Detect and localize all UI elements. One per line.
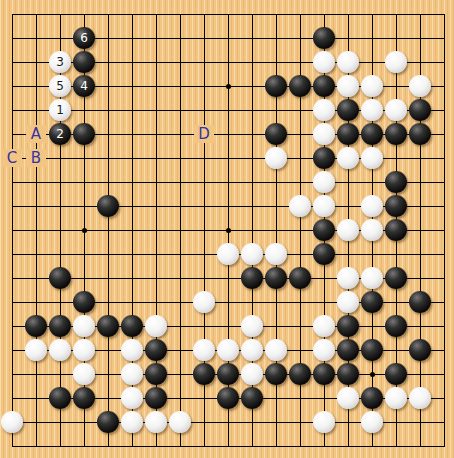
board-intersection[interactable] bbox=[240, 362, 264, 386]
board-intersection[interactable] bbox=[312, 74, 336, 98]
board-intersection[interactable] bbox=[384, 362, 408, 386]
board-intersection[interactable] bbox=[336, 362, 360, 386]
board-intersection[interactable] bbox=[72, 386, 96, 410]
board-intersection[interactable] bbox=[336, 266, 360, 290]
board-intersection[interactable] bbox=[120, 410, 144, 434]
board-intersection[interactable] bbox=[312, 50, 336, 74]
board-intersection[interactable] bbox=[384, 338, 408, 362]
board-intersection[interactable]: C bbox=[0, 146, 24, 170]
board-intersection[interactable] bbox=[24, 434, 48, 458]
board-intersection[interactable] bbox=[48, 386, 72, 410]
board-intersection[interactable] bbox=[360, 410, 384, 434]
board-intersection[interactable] bbox=[120, 386, 144, 410]
board-intersection[interactable] bbox=[192, 218, 216, 242]
board-intersection[interactable] bbox=[384, 74, 408, 98]
board-intersection[interactable] bbox=[408, 242, 432, 266]
board-intersection[interactable] bbox=[384, 122, 408, 146]
board-intersection[interactable] bbox=[264, 218, 288, 242]
board-intersection[interactable] bbox=[312, 170, 336, 194]
board-intersection[interactable] bbox=[24, 50, 48, 74]
board-intersection[interactable] bbox=[168, 74, 192, 98]
board-intersection[interactable] bbox=[24, 410, 48, 434]
board-intersection[interactable] bbox=[216, 314, 240, 338]
board-intersection[interactable] bbox=[48, 314, 72, 338]
board-intersection[interactable] bbox=[432, 2, 454, 26]
board-intersection[interactable] bbox=[216, 434, 240, 458]
board-intersection[interactable] bbox=[24, 386, 48, 410]
board-intersection[interactable] bbox=[360, 338, 384, 362]
board-intersection[interactable] bbox=[264, 146, 288, 170]
board-intersection[interactable] bbox=[432, 122, 454, 146]
board-intersection[interactable] bbox=[24, 266, 48, 290]
board-intersection[interactable] bbox=[240, 410, 264, 434]
board-intersection[interactable] bbox=[240, 338, 264, 362]
board-intersection[interactable] bbox=[264, 434, 288, 458]
board-intersection[interactable] bbox=[96, 74, 120, 98]
board-intersection[interactable] bbox=[384, 410, 408, 434]
board-intersection[interactable] bbox=[72, 314, 96, 338]
board-intersection[interactable] bbox=[168, 98, 192, 122]
board-intersection[interactable] bbox=[264, 242, 288, 266]
board-intersection[interactable] bbox=[336, 410, 360, 434]
board-intersection[interactable] bbox=[432, 410, 454, 434]
board-intersection[interactable] bbox=[48, 194, 72, 218]
board-intersection[interactable]: 1 bbox=[48, 98, 72, 122]
board-intersection[interactable] bbox=[24, 2, 48, 26]
board-intersection[interactable] bbox=[24, 194, 48, 218]
board-intersection[interactable] bbox=[216, 194, 240, 218]
board-intersection[interactable] bbox=[120, 122, 144, 146]
board-intersection[interactable] bbox=[0, 410, 24, 434]
board-intersection[interactable] bbox=[96, 26, 120, 50]
board-intersection[interactable] bbox=[360, 170, 384, 194]
board-intersection[interactable] bbox=[360, 434, 384, 458]
board-intersection[interactable]: D bbox=[192, 122, 216, 146]
board-intersection[interactable] bbox=[120, 434, 144, 458]
board-intersection[interactable] bbox=[216, 362, 240, 386]
board-intersection[interactable] bbox=[192, 74, 216, 98]
board-intersection[interactable] bbox=[312, 98, 336, 122]
board-intersection[interactable] bbox=[432, 266, 454, 290]
board-intersection[interactable]: 3 bbox=[48, 50, 72, 74]
board-intersection[interactable] bbox=[408, 122, 432, 146]
board-intersection[interactable] bbox=[0, 170, 24, 194]
board-intersection[interactable] bbox=[264, 26, 288, 50]
board-intersection[interactable] bbox=[168, 314, 192, 338]
board-intersection[interactable] bbox=[96, 338, 120, 362]
board-intersection[interactable] bbox=[432, 74, 454, 98]
board-intersection[interactable] bbox=[408, 386, 432, 410]
board-intersection[interactable] bbox=[120, 146, 144, 170]
board-intersection[interactable] bbox=[0, 434, 24, 458]
board-intersection[interactable] bbox=[336, 218, 360, 242]
board-intersection[interactable] bbox=[120, 194, 144, 218]
board-intersection[interactable] bbox=[216, 242, 240, 266]
board-intersection[interactable] bbox=[336, 50, 360, 74]
board-intersection[interactable] bbox=[24, 338, 48, 362]
board-intersection[interactable] bbox=[120, 170, 144, 194]
board-intersection[interactable] bbox=[360, 242, 384, 266]
board-intersection[interactable] bbox=[336, 2, 360, 26]
board-intersection[interactable] bbox=[408, 194, 432, 218]
board-intersection[interactable] bbox=[48, 434, 72, 458]
board-intersection[interactable] bbox=[24, 170, 48, 194]
board-intersection[interactable] bbox=[48, 290, 72, 314]
board-intersection[interactable] bbox=[192, 50, 216, 74]
board-intersection[interactable] bbox=[336, 98, 360, 122]
board-intersection[interactable] bbox=[408, 314, 432, 338]
board-intersection[interactable] bbox=[408, 26, 432, 50]
board-intersection[interactable] bbox=[264, 386, 288, 410]
board-intersection[interactable] bbox=[168, 218, 192, 242]
board-intersection[interactable] bbox=[168, 290, 192, 314]
board-intersection[interactable] bbox=[192, 2, 216, 26]
board-intersection[interactable] bbox=[216, 2, 240, 26]
board-intersection[interactable] bbox=[192, 290, 216, 314]
board-intersection[interactable] bbox=[0, 218, 24, 242]
board-intersection[interactable] bbox=[192, 410, 216, 434]
board-intersection[interactable] bbox=[336, 146, 360, 170]
board-intersection[interactable] bbox=[432, 146, 454, 170]
board-intersection[interactable] bbox=[24, 74, 48, 98]
board-intersection[interactable] bbox=[168, 338, 192, 362]
board-intersection[interactable] bbox=[336, 386, 360, 410]
board-intersection[interactable] bbox=[0, 194, 24, 218]
board-intersection[interactable] bbox=[144, 362, 168, 386]
board-intersection[interactable] bbox=[96, 290, 120, 314]
board-intersection[interactable] bbox=[192, 242, 216, 266]
board-intersection[interactable] bbox=[0, 2, 24, 26]
board-intersection[interactable] bbox=[0, 122, 24, 146]
board-intersection[interactable] bbox=[288, 146, 312, 170]
board-intersection[interactable] bbox=[264, 122, 288, 146]
board-intersection[interactable] bbox=[264, 2, 288, 26]
board-intersection[interactable] bbox=[48, 266, 72, 290]
board-intersection[interactable] bbox=[312, 290, 336, 314]
board-intersection[interactable] bbox=[192, 194, 216, 218]
board-intersection[interactable] bbox=[120, 74, 144, 98]
board-intersection[interactable] bbox=[312, 122, 336, 146]
board-intersection[interactable] bbox=[432, 290, 454, 314]
board-intersection[interactable] bbox=[144, 218, 168, 242]
board-intersection[interactable] bbox=[288, 290, 312, 314]
board-intersection[interactable] bbox=[144, 338, 168, 362]
board-intersection[interactable] bbox=[336, 122, 360, 146]
board-intersection[interactable] bbox=[144, 314, 168, 338]
board-intersection[interactable] bbox=[120, 290, 144, 314]
board-intersection[interactable] bbox=[312, 362, 336, 386]
board-intersection[interactable] bbox=[120, 26, 144, 50]
board-intersection[interactable] bbox=[168, 362, 192, 386]
board-intersection[interactable] bbox=[432, 26, 454, 50]
board-intersection[interactable] bbox=[384, 170, 408, 194]
board-intersection[interactable] bbox=[384, 434, 408, 458]
board-intersection[interactable] bbox=[72, 218, 96, 242]
board-intersection[interactable] bbox=[168, 242, 192, 266]
board-intersection[interactable] bbox=[96, 362, 120, 386]
board-intersection[interactable] bbox=[288, 218, 312, 242]
board-intersection[interactable] bbox=[96, 386, 120, 410]
board-intersection[interactable] bbox=[192, 26, 216, 50]
board-intersection[interactable] bbox=[408, 146, 432, 170]
board-intersection[interactable] bbox=[288, 98, 312, 122]
board-intersection[interactable] bbox=[312, 314, 336, 338]
board-intersection[interactable] bbox=[72, 194, 96, 218]
board-intersection[interactable] bbox=[432, 242, 454, 266]
board-intersection[interactable] bbox=[288, 26, 312, 50]
board-intersection[interactable] bbox=[24, 314, 48, 338]
board-intersection[interactable] bbox=[216, 170, 240, 194]
board-intersection[interactable] bbox=[120, 218, 144, 242]
board-intersection[interactable] bbox=[96, 194, 120, 218]
board-intersection[interactable] bbox=[96, 218, 120, 242]
board-intersection[interactable] bbox=[384, 266, 408, 290]
board-intersection[interactable] bbox=[96, 98, 120, 122]
board-intersection[interactable] bbox=[240, 242, 264, 266]
board-intersection[interactable] bbox=[360, 2, 384, 26]
board-intersection[interactable]: A bbox=[24, 122, 48, 146]
board-intersection[interactable] bbox=[144, 122, 168, 146]
board-intersection[interactable] bbox=[288, 338, 312, 362]
board-intersection[interactable] bbox=[120, 242, 144, 266]
board-intersection[interactable] bbox=[408, 338, 432, 362]
board-intersection[interactable] bbox=[120, 2, 144, 26]
board-intersection[interactable] bbox=[360, 290, 384, 314]
board-intersection[interactable] bbox=[168, 194, 192, 218]
board-intersection[interactable] bbox=[48, 242, 72, 266]
board-intersection[interactable] bbox=[240, 290, 264, 314]
board-intersection[interactable] bbox=[240, 218, 264, 242]
board-intersection[interactable] bbox=[312, 218, 336, 242]
board-intersection[interactable] bbox=[360, 218, 384, 242]
board-intersection[interactable] bbox=[264, 266, 288, 290]
board-intersection[interactable] bbox=[336, 194, 360, 218]
board-intersection[interactable] bbox=[240, 434, 264, 458]
board-intersection[interactable] bbox=[144, 74, 168, 98]
board-intersection[interactable] bbox=[360, 98, 384, 122]
board-intersection[interactable] bbox=[432, 362, 454, 386]
board-intersection[interactable] bbox=[168, 26, 192, 50]
board-intersection[interactable] bbox=[168, 170, 192, 194]
board-intersection[interactable] bbox=[240, 386, 264, 410]
board-intersection[interactable] bbox=[24, 98, 48, 122]
board-intersection[interactable] bbox=[288, 242, 312, 266]
board-intersection[interactable] bbox=[312, 26, 336, 50]
board-intersection[interactable] bbox=[216, 50, 240, 74]
board-intersection[interactable] bbox=[120, 338, 144, 362]
board-intersection[interactable] bbox=[72, 410, 96, 434]
board-intersection[interactable] bbox=[48, 2, 72, 26]
board-intersection[interactable] bbox=[360, 50, 384, 74]
board-intersection[interactable] bbox=[240, 146, 264, 170]
board-intersection[interactable]: 6 bbox=[72, 26, 96, 50]
board-intersection[interactable] bbox=[48, 410, 72, 434]
board-intersection[interactable] bbox=[216, 410, 240, 434]
board-intersection[interactable] bbox=[216, 386, 240, 410]
board-intersection[interactable] bbox=[72, 266, 96, 290]
board-intersection[interactable] bbox=[408, 50, 432, 74]
board-intersection[interactable]: 5 bbox=[48, 74, 72, 98]
board-intersection[interactable] bbox=[120, 50, 144, 74]
board-intersection[interactable] bbox=[168, 2, 192, 26]
board-intersection[interactable] bbox=[384, 26, 408, 50]
board-intersection[interactable] bbox=[144, 410, 168, 434]
board-intersection[interactable] bbox=[264, 194, 288, 218]
board-intersection[interactable] bbox=[288, 50, 312, 74]
board-intersection[interactable] bbox=[96, 122, 120, 146]
board-intersection[interactable] bbox=[144, 146, 168, 170]
board-intersection[interactable] bbox=[240, 74, 264, 98]
board-intersection[interactable] bbox=[240, 170, 264, 194]
board-intersection[interactable] bbox=[384, 242, 408, 266]
board-intersection[interactable] bbox=[432, 338, 454, 362]
board-intersection[interactable]: 4 bbox=[72, 74, 96, 98]
board-intersection[interactable] bbox=[72, 434, 96, 458]
board-intersection[interactable] bbox=[144, 290, 168, 314]
board-intersection[interactable] bbox=[312, 266, 336, 290]
board-intersection[interactable] bbox=[360, 74, 384, 98]
board-intersection[interactable] bbox=[192, 98, 216, 122]
board-intersection[interactable] bbox=[312, 146, 336, 170]
board-intersection[interactable] bbox=[144, 386, 168, 410]
board-intersection[interactable] bbox=[48, 338, 72, 362]
board-intersection[interactable] bbox=[96, 314, 120, 338]
board-intersection[interactable] bbox=[312, 338, 336, 362]
board-intersection[interactable] bbox=[144, 50, 168, 74]
board-intersection[interactable] bbox=[264, 338, 288, 362]
board-intersection[interactable] bbox=[144, 266, 168, 290]
board-intersection[interactable] bbox=[264, 50, 288, 74]
board-intersection[interactable] bbox=[240, 98, 264, 122]
board-intersection[interactable] bbox=[96, 50, 120, 74]
board-intersection[interactable] bbox=[408, 290, 432, 314]
board-intersection[interactable] bbox=[0, 50, 24, 74]
board-intersection[interactable] bbox=[288, 194, 312, 218]
board-intersection[interactable] bbox=[72, 170, 96, 194]
board-intersection[interactable] bbox=[240, 122, 264, 146]
board-intersection[interactable] bbox=[0, 362, 24, 386]
board-intersection[interactable] bbox=[168, 122, 192, 146]
board-intersection[interactable] bbox=[72, 50, 96, 74]
board-intersection[interactable] bbox=[384, 386, 408, 410]
board-intersection[interactable] bbox=[216, 98, 240, 122]
board-intersection[interactable] bbox=[288, 386, 312, 410]
board-intersection[interactable] bbox=[240, 26, 264, 50]
board-intersection[interactable]: 2 bbox=[48, 122, 72, 146]
board-intersection[interactable] bbox=[408, 170, 432, 194]
board-intersection[interactable] bbox=[264, 314, 288, 338]
board-intersection[interactable] bbox=[432, 314, 454, 338]
board-intersection[interactable] bbox=[72, 338, 96, 362]
board-intersection[interactable] bbox=[0, 314, 24, 338]
board-intersection[interactable] bbox=[336, 434, 360, 458]
board-intersection[interactable] bbox=[312, 242, 336, 266]
board-intersection[interactable] bbox=[312, 2, 336, 26]
board-intersection[interactable] bbox=[192, 266, 216, 290]
board-intersection[interactable] bbox=[312, 410, 336, 434]
board-intersection[interactable] bbox=[24, 242, 48, 266]
board-intersection[interactable] bbox=[144, 434, 168, 458]
board-intersection[interactable] bbox=[96, 242, 120, 266]
board-intersection[interactable] bbox=[168, 434, 192, 458]
board-intersection[interactable] bbox=[264, 74, 288, 98]
board-intersection[interactable] bbox=[96, 170, 120, 194]
board-intersection[interactable] bbox=[120, 98, 144, 122]
board-intersection[interactable] bbox=[360, 122, 384, 146]
board-intersection[interactable] bbox=[216, 74, 240, 98]
board-intersection[interactable] bbox=[312, 386, 336, 410]
board-intersection[interactable] bbox=[360, 386, 384, 410]
board-intersection[interactable] bbox=[336, 290, 360, 314]
board-intersection[interactable] bbox=[264, 170, 288, 194]
board-intersection[interactable] bbox=[24, 26, 48, 50]
board-intersection[interactable] bbox=[192, 146, 216, 170]
board-intersection[interactable] bbox=[408, 410, 432, 434]
board-intersection[interactable] bbox=[192, 362, 216, 386]
board-intersection[interactable] bbox=[72, 122, 96, 146]
board-intersection[interactable] bbox=[120, 266, 144, 290]
board-intersection[interactable] bbox=[144, 98, 168, 122]
board-intersection[interactable] bbox=[24, 290, 48, 314]
board-intersection[interactable] bbox=[408, 266, 432, 290]
board-intersection[interactable] bbox=[408, 2, 432, 26]
board-intersection[interactable] bbox=[336, 314, 360, 338]
board-intersection[interactable] bbox=[0, 338, 24, 362]
board-intersection[interactable] bbox=[192, 170, 216, 194]
board-intersection[interactable] bbox=[288, 410, 312, 434]
board-intersection[interactable] bbox=[312, 194, 336, 218]
board-intersection[interactable] bbox=[408, 434, 432, 458]
board-intersection[interactable] bbox=[192, 314, 216, 338]
board-intersection[interactable] bbox=[72, 146, 96, 170]
board-intersection[interactable] bbox=[72, 2, 96, 26]
board-intersection[interactable] bbox=[432, 170, 454, 194]
board-intersection[interactable] bbox=[432, 386, 454, 410]
board-intersection[interactable] bbox=[48, 362, 72, 386]
board-intersection[interactable] bbox=[96, 410, 120, 434]
board-intersection[interactable] bbox=[192, 338, 216, 362]
board-intersection[interactable] bbox=[264, 98, 288, 122]
board-intersection[interactable] bbox=[24, 218, 48, 242]
board-intersection[interactable] bbox=[432, 218, 454, 242]
board-intersection[interactable] bbox=[0, 290, 24, 314]
board-intersection[interactable] bbox=[384, 2, 408, 26]
board-intersection[interactable] bbox=[0, 242, 24, 266]
board-intersection[interactable] bbox=[384, 218, 408, 242]
board-intersection[interactable] bbox=[216, 266, 240, 290]
board-intersection[interactable] bbox=[24, 362, 48, 386]
board-intersection[interactable] bbox=[48, 146, 72, 170]
board-intersection[interactable] bbox=[72, 290, 96, 314]
board-intersection[interactable] bbox=[168, 386, 192, 410]
board-intersection[interactable] bbox=[360, 362, 384, 386]
board-intersection[interactable] bbox=[216, 290, 240, 314]
board-intersection[interactable] bbox=[384, 146, 408, 170]
board-intersection[interactable] bbox=[120, 314, 144, 338]
board-intersection[interactable] bbox=[144, 170, 168, 194]
board-intersection[interactable] bbox=[144, 26, 168, 50]
board-intersection[interactable] bbox=[192, 434, 216, 458]
board-intersection[interactable] bbox=[432, 434, 454, 458]
board-intersection[interactable] bbox=[384, 290, 408, 314]
board-intersection[interactable] bbox=[360, 146, 384, 170]
board-intersection[interactable] bbox=[48, 26, 72, 50]
board-intersection[interactable] bbox=[144, 194, 168, 218]
board-intersection[interactable] bbox=[336, 26, 360, 50]
board-intersection[interactable] bbox=[0, 266, 24, 290]
board-intersection[interactable]: B bbox=[24, 146, 48, 170]
board-intersection[interactable] bbox=[0, 26, 24, 50]
